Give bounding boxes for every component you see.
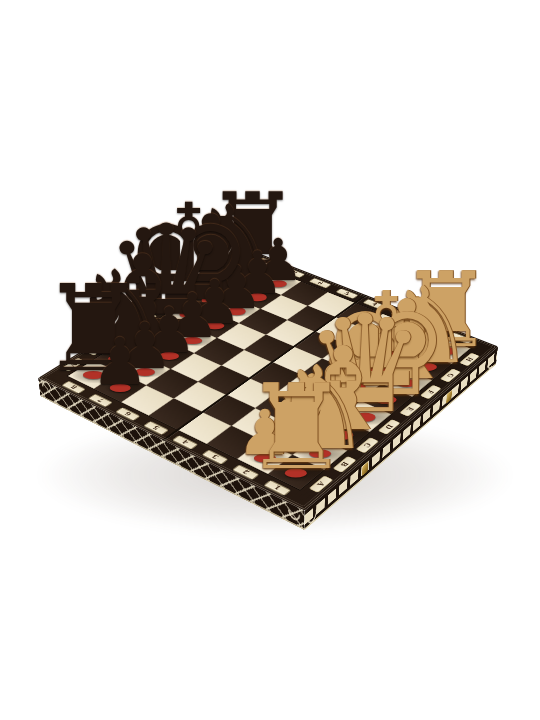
brass-clasp <box>362 461 368 476</box>
scroll-ornament <box>487 354 497 370</box>
product-photo-scene: AABBCCDDEEFFGGHH8877665544332211 ♜♟♞♟♝♟♚… <box>0 0 540 720</box>
file-label-f-far: F <box>180 285 201 297</box>
brass-clasp <box>446 389 452 403</box>
scroll-ornament <box>40 378 53 398</box>
scroll-ornament <box>286 502 303 523</box>
